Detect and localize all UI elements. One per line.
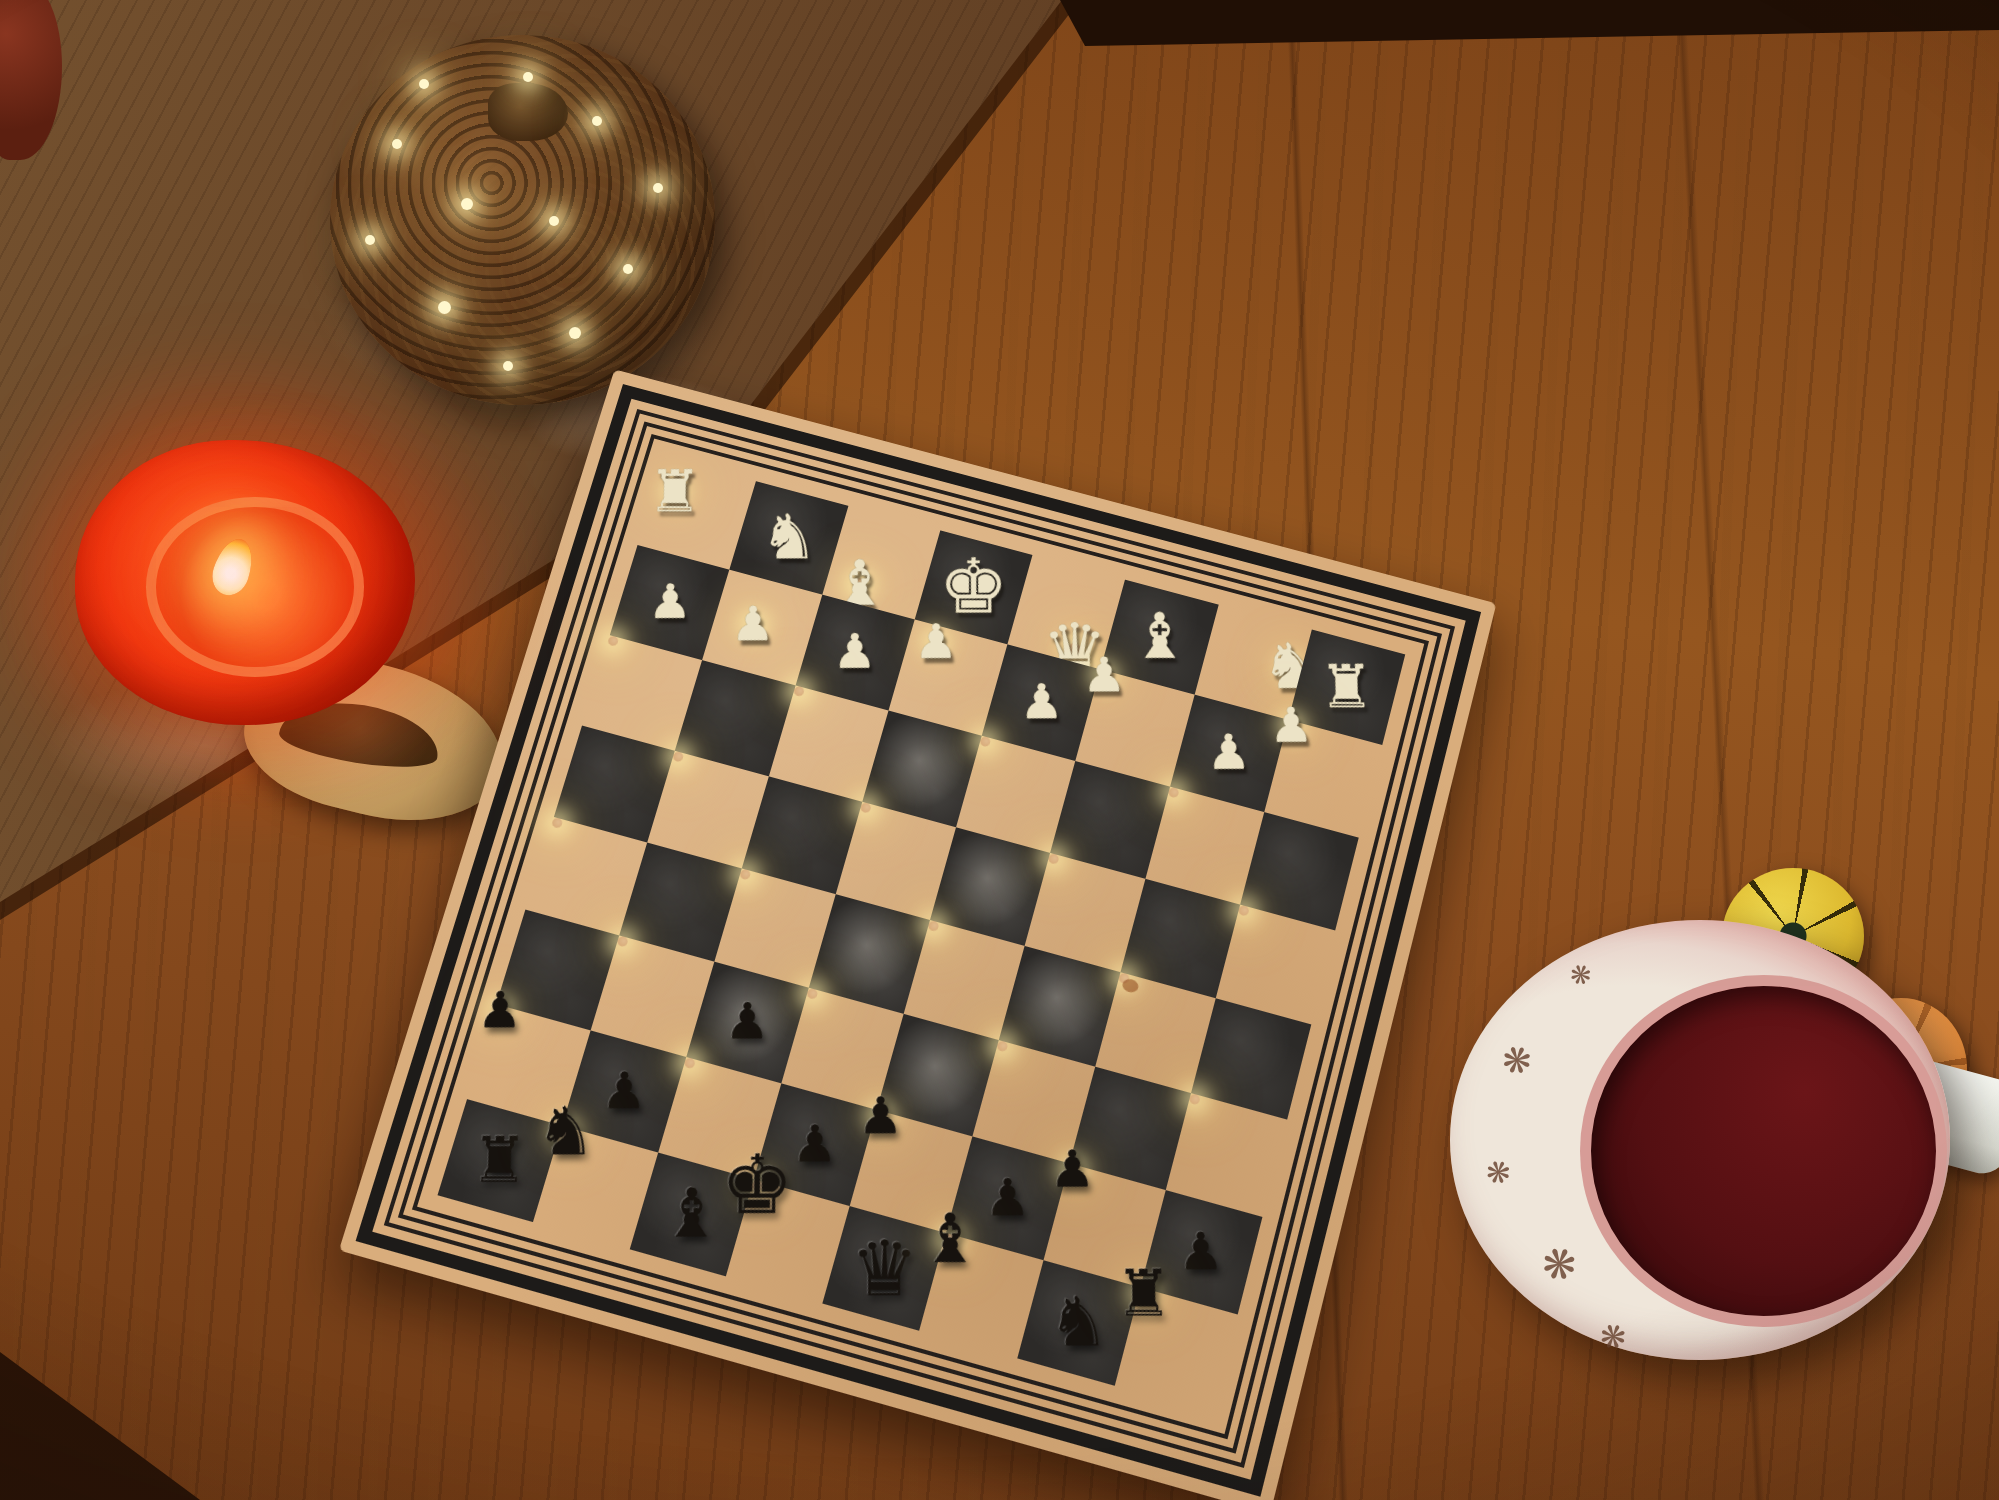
square-g8[interactable]: ♞: [559, 1125, 572, 1137]
piece-wP-b2[interactable]: ♟: [1206, 729, 1251, 777]
piece-bP-f6[interactable]: ♟: [724, 997, 770, 1047]
square-g2[interactable]: ♟: [746, 618, 761, 632]
piece-wP-d2[interactable]: ♟: [1019, 678, 1064, 726]
tea-mug-group: [1450, 860, 1999, 1380]
light-dot: [503, 361, 513, 371]
square-g5[interactable]: [619, 843, 741, 962]
grapevine-pumpkin-decoration: [330, 35, 715, 405]
lit-candle: [75, 440, 515, 820]
piece-wB-c1[interactable]: ♝: [1130, 606, 1189, 669]
light-dot: [419, 79, 429, 89]
piece-bB-f8[interactable]: ♝: [661, 1180, 722, 1248]
piece-bB-c8[interactable]: ♝: [920, 1205, 981, 1273]
square-d1[interactable]: ♛: [1067, 641, 1081, 655]
piece-bK-e8[interactable]: ♚: [720, 1144, 794, 1226]
piece-bQ-d8[interactable]: ♛: [850, 1230, 918, 1306]
square-d4[interactable]: [930, 827, 1050, 946]
fairy-lights: [330, 35, 715, 405]
square-f6[interactable]: ♟: [686, 962, 809, 1083]
square-b5[interactable]: [1117, 972, 1129, 984]
piece-bP-e7[interactable]: ♟: [792, 1119, 838, 1170]
piece-wP-f2[interactable]: ♟: [833, 628, 877, 676]
light-dot: [392, 139, 402, 149]
square-f4[interactable]: [741, 776, 862, 894]
piece-wP-g2[interactable]: ♟: [731, 601, 776, 648]
square-e6[interactable]: [806, 988, 818, 1000]
light-dot: [653, 183, 663, 193]
piece-wP-e2[interactable]: ♟: [914, 618, 958, 666]
square-e8[interactable]: ♚: [751, 1179, 764, 1192]
square-f2[interactable]: ♟: [795, 595, 914, 710]
tea-surface: [1580, 975, 1947, 1327]
piece-wR-h1[interactable]: ♜: [647, 462, 702, 520]
square-h1[interactable]: ♜: [669, 485, 681, 496]
piece-bN-b8[interactable]: ♞: [1048, 1288, 1109, 1357]
light-dot: [592, 116, 602, 126]
square-a2[interactable]: ♟: [1286, 720, 1298, 732]
photo-scene: ♜♞♝♚♛♝♞♜♟♟♟♟♟♟♟♟♟♟♟♟♟♟♟♟♜♞♝♚♛♝♞♜: [0, 0, 1999, 1500]
piece-wP-a2[interactable]: ♟: [1269, 702, 1314, 750]
piece-bP-b7[interactable]: ♟: [1050, 1144, 1096, 1195]
piece-bN-g8[interactable]: ♞: [535, 1098, 597, 1165]
square-c5[interactable]: [999, 946, 1120, 1067]
piece-bP-c7[interactable]: ♟: [985, 1172, 1031, 1223]
mug-pattern-stamp: [1594, 1315, 1632, 1360]
square-f1[interactable]: ♝: [852, 577, 868, 592]
light-dot: [438, 301, 451, 314]
square-h7[interactable]: ♟: [493, 1004, 506, 1016]
light-dot: [549, 216, 559, 226]
mug-pattern-stamp: [1566, 957, 1597, 993]
square-e3[interactable]: [862, 710, 982, 827]
mug-pattern-stamp: [1481, 1152, 1517, 1193]
square-e5[interactable]: [809, 894, 930, 1014]
melted-wax-pool: [146, 497, 363, 677]
square-a6[interactable]: [1188, 1093, 1200, 1105]
square-e2[interactable]: ♟: [930, 636, 942, 648]
square-b1[interactable]: ♞: [1285, 661, 1297, 673]
piece-bP-a7[interactable]: ♟: [1178, 1226, 1225, 1278]
light-dot: [365, 235, 375, 245]
light-dot: [523, 72, 533, 82]
piece-bP-g7[interactable]: ♟: [601, 1066, 647, 1117]
mug-pattern-stamp: [1496, 1036, 1538, 1085]
piece-bR-a8[interactable]: ♜: [1115, 1261, 1173, 1325]
light-dot: [623, 264, 633, 274]
piece-bP-d7[interactable]: ♟: [858, 1090, 904, 1141]
piece-wN-g1[interactable]: ♞: [760, 507, 818, 569]
piece-wR-a1[interactable]: ♜: [1319, 657, 1375, 716]
square-c3[interactable]: [1050, 761, 1169, 879]
piece-bR-h8[interactable]: ♜: [471, 1129, 529, 1192]
square-g3[interactable]: [675, 660, 795, 776]
piece-wP-c2[interactable]: ♟: [1082, 652, 1127, 700]
mug-pattern-stamp: [1535, 1235, 1585, 1293]
piece-wP-h2[interactable]: ♟: [647, 579, 692, 626]
square-a8[interactable]: ♜: [1138, 1287, 1151, 1300]
candle-wax: [75, 440, 415, 725]
piece-bP-h7[interactable]: ♟: [476, 985, 523, 1035]
square-d7[interactable]: ♟: [874, 1109, 886, 1121]
square-b7[interactable]: ♟: [1066, 1163, 1078, 1176]
square-b4[interactable]: [1120, 878, 1240, 998]
square-c8[interactable]: ♝: [944, 1233, 957, 1246]
light-dot: [569, 327, 581, 339]
light-dot: [461, 198, 473, 210]
square-c2[interactable]: ♟: [1098, 670, 1110, 682]
